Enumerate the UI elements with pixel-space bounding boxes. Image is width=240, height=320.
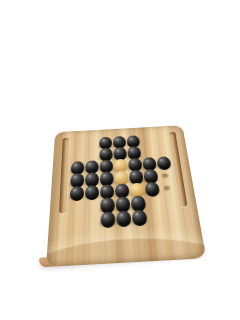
hole-r7c3[interactable] bbox=[99, 212, 115, 227]
black-marble-r7c3[interactable] bbox=[100, 211, 115, 228]
hole-r6c6 bbox=[145, 196, 162, 211]
hole-r7c6 bbox=[146, 210, 163, 225]
product-photo-background bbox=[0, 0, 240, 320]
hole-r1c7 bbox=[153, 134, 168, 146]
peg-solitaire-grid bbox=[68, 134, 180, 229]
hole-r3c7[interactable] bbox=[156, 157, 172, 170]
hole-r5c6[interactable] bbox=[144, 183, 160, 197]
hole-r5c2[interactable] bbox=[84, 186, 99, 200]
left-marble-tray-groove bbox=[59, 138, 69, 214]
hole-r4c7[interactable] bbox=[157, 169, 173, 182]
hole-r7c4[interactable] bbox=[115, 211, 132, 226]
hole-r7c5[interactable] bbox=[131, 211, 148, 226]
hole-r5c7[interactable] bbox=[159, 182, 176, 196]
hole-r1c6 bbox=[139, 135, 154, 147]
hole-dimple bbox=[163, 185, 171, 191]
solitaire-board bbox=[46, 125, 206, 267]
hole-dimple bbox=[161, 173, 169, 179]
black-marble-r5c2[interactable] bbox=[84, 185, 98, 201]
hole-r7c7 bbox=[162, 209, 180, 224]
hole-r1c2 bbox=[84, 138, 98, 150]
hole-r7c1 bbox=[68, 214, 84, 230]
hole-r5c1[interactable] bbox=[69, 187, 84, 201]
hole-r6c1 bbox=[68, 200, 84, 215]
hole-r6c2 bbox=[84, 199, 100, 214]
hole-r6c7 bbox=[160, 195, 177, 210]
hole-r1c1 bbox=[71, 139, 85, 151]
hole-r7c2 bbox=[84, 213, 100, 229]
black-marble-r5c1[interactable] bbox=[69, 186, 83, 202]
black-marble-r7c4[interactable] bbox=[115, 210, 131, 227]
